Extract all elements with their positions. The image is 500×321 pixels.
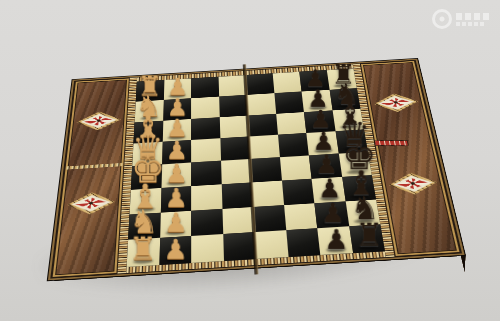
square-g4[interactable] [222,207,254,234]
square-h5[interactable] [254,230,288,259]
square-b3[interactable] [191,96,219,118]
square-e6[interactable] [279,155,311,180]
square-g6[interactable] [284,203,318,230]
watermark-text-row [456,22,486,26]
medallion-center [89,202,93,205]
medallion-border [392,174,435,193]
square-h6[interactable] [286,228,321,257]
photo-stage: ♜♟♟♜♞♟♟♞♝♟♟♝♛♟♟♛♚♟♟♚♝♟♟♝♞♟♟♞♜♟♟♜ ▲▲▲▲▲▲▲… [0,0,500,321]
medallion-star-icon [75,197,107,210]
piece-bP-g7[interactable]: ♟ [317,200,349,227]
square-a5[interactable] [245,73,274,94]
watermark-text-row [456,13,490,20]
square-c5[interactable] [247,114,277,137]
piece-bP-h7[interactable]: ♟ [320,226,352,253]
square-h2[interactable]: ♟ [159,236,191,265]
piece-wR-h1[interactable]: ♜ [127,233,159,265]
square-b6[interactable] [274,91,304,113]
square-e3[interactable] [191,161,221,186]
square-b5[interactable] [246,93,275,115]
panel-mosaic-divider [66,163,122,170]
square-h8[interactable]: ♜ [349,225,385,254]
square-a6[interactable] [272,72,301,93]
square-d6[interactable] [278,133,309,157]
square-a3[interactable] [191,77,219,98]
square-d5[interactable] [249,135,280,159]
inlay-medallion [387,171,439,196]
inlay-medallion [372,92,420,113]
square-f4[interactable] [221,182,253,208]
medallion-center [411,182,416,185]
piece-wP-h2[interactable]: ♟ [159,236,191,263]
square-h7[interactable]: ♟ [317,226,352,255]
square-f6[interactable] [281,179,314,205]
square-f5[interactable] [251,180,283,206]
medallion-star-icon [396,177,429,190]
red-mosaic-strip [375,141,407,146]
watermark-ring-icon [432,9,452,29]
box-top-face: ♜♟♟♜♞♟♟♞♝♟♟♝♛♟♟♛♚♟♟♚♝♟♟♝♞♟♟♞♜♟♟♜ [47,58,466,281]
piece-wP-g2[interactable]: ♟ [160,210,192,237]
square-h4[interactable] [223,232,256,261]
square-g3[interactable] [191,209,223,237]
scene: ♜♟♟♜♞♟♟♞♝♟♟♝♛♟♟♛♚♟♟♚♝♟♟♝♞♟♟♞♜♟♟♜ ▲▲▲▲▲▲▲… [30,14,470,314]
chess-box: ♜♟♟♜♞♟♟♞♝♟♟♝♛♟♟♛♚♟♟♚♝♟♟♝♞♟♟♞♜♟♟♜ ▲▲▲▲▲▲▲… [47,58,466,281]
square-c4[interactable] [219,115,248,138]
square-b4[interactable] [219,95,248,117]
square-e4[interactable] [221,159,252,184]
square-c6[interactable] [276,112,307,135]
square-d3[interactable] [191,138,220,162]
square-a4[interactable] [218,75,246,96]
square-h1[interactable]: ♜ [127,238,160,267]
square-d4[interactable] [220,137,250,161]
square-f3[interactable] [191,184,222,210]
board: ♜♟♟♜♞♟♟♞♝♟♟♝♛♟♟♛♚♟♟♚♝♟♟♝♞♟♟♞♜♟♟♜ [127,68,385,266]
inlay-medallion [76,110,122,131]
piece-bR-h8[interactable]: ♜ [352,220,384,252]
inlay-medallion [66,191,115,216]
medallion-border [71,194,112,213]
square-g5[interactable] [253,205,286,232]
watermark-text-blocks [456,13,490,26]
square-e5[interactable] [250,157,281,182]
square-h3[interactable] [191,234,223,263]
square-c3[interactable] [191,117,220,140]
watermark-logo [432,9,490,29]
